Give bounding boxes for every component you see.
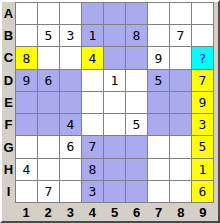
cell-G3[interactable]: 6 [60, 136, 82, 158]
cell-E2[interactable] [38, 92, 60, 114]
cell-H1[interactable]: 4 [16, 159, 38, 181]
cell-A5[interactable] [104, 3, 126, 25]
cell-D1[interactable]: 9 [16, 70, 38, 92]
cell-D8[interactable] [170, 70, 192, 92]
cell-B3[interactable]: 3 [60, 25, 82, 47]
cell-A4[interactable] [82, 3, 104, 25]
cell-D2[interactable]: 6 [38, 70, 60, 92]
cell-E1[interactable] [16, 92, 38, 114]
row-label-F: F [2, 114, 15, 136]
col-label-7: 7 [148, 203, 170, 221]
cell-C3[interactable] [60, 47, 82, 69]
cell-H5[interactable] [104, 159, 126, 181]
row-label-D: D [2, 69, 15, 91]
row-label-C: C [2, 47, 15, 69]
cell-I1[interactable] [16, 181, 38, 203]
cell-G8[interactable] [170, 136, 192, 158]
col-label-6: 6 [126, 203, 148, 221]
col-label-1: 1 [15, 203, 37, 221]
cell-A7[interactable] [148, 3, 170, 25]
sudoku-board[interactable]: 53187849?961579453675481736 [15, 2, 214, 203]
cell-F3[interactable]: 4 [60, 114, 82, 136]
cell-C8[interactable] [170, 47, 192, 69]
cell-I7[interactable] [148, 181, 170, 203]
row-label-E: E [2, 91, 15, 113]
cell-A6[interactable] [126, 3, 148, 25]
cell-G6[interactable] [126, 136, 148, 158]
cell-E5[interactable] [104, 92, 126, 114]
col-label-5: 5 [103, 203, 125, 221]
cell-F2[interactable] [38, 114, 60, 136]
cell-H4[interactable]: 8 [82, 159, 104, 181]
row-labels: ABCDEFGHI [2, 2, 15, 203]
col-label-3: 3 [59, 203, 81, 221]
cell-A3[interactable] [60, 3, 82, 25]
cell-A2[interactable] [38, 3, 60, 25]
sudoku-window: ABCDEFGHI 53187849?961579453675481736 12… [0, 0, 220, 223]
cell-I6[interactable] [126, 181, 148, 203]
cell-C6[interactable] [126, 47, 148, 69]
cell-C4[interactable]: 4 [82, 47, 104, 69]
cell-G7[interactable] [148, 136, 170, 158]
cell-E7[interactable] [148, 92, 170, 114]
cell-B6[interactable]: 8 [126, 25, 148, 47]
row-label-I: I [2, 181, 15, 203]
cell-C2[interactable] [38, 47, 60, 69]
cell-E3[interactable] [60, 92, 82, 114]
cell-I5[interactable] [104, 181, 126, 203]
cell-B4[interactable]: 1 [82, 25, 104, 47]
cell-H6[interactable] [126, 159, 148, 181]
cell-D4[interactable] [82, 70, 104, 92]
row-label-A: A [2, 2, 15, 24]
cell-E4[interactable] [82, 92, 104, 114]
cell-D3[interactable] [60, 70, 82, 92]
row-label-H: H [2, 158, 15, 180]
cell-G5[interactable] [104, 136, 126, 158]
cell-B5[interactable] [104, 25, 126, 47]
cell-F6[interactable]: 5 [126, 114, 148, 136]
cell-H7[interactable] [148, 159, 170, 181]
cell-F9[interactable]: 3 [192, 114, 214, 136]
cell-B7[interactable] [148, 25, 170, 47]
row-label-G: G [2, 136, 15, 158]
cell-C9-selected[interactable]: ? [192, 47, 214, 69]
cell-B1[interactable] [16, 25, 38, 47]
cell-D7[interactable]: 5 [148, 70, 170, 92]
cell-E9[interactable]: 9 [192, 92, 214, 114]
cell-A8[interactable] [170, 3, 192, 25]
cell-F5[interactable] [104, 114, 126, 136]
cell-F7[interactable] [148, 114, 170, 136]
cell-G9[interactable]: 5 [192, 136, 214, 158]
cell-B2[interactable]: 5 [38, 25, 60, 47]
cell-I2[interactable]: 7 [38, 181, 60, 203]
cell-G2[interactable] [38, 136, 60, 158]
cell-F8[interactable] [170, 114, 192, 136]
cell-I4[interactable]: 3 [82, 181, 104, 203]
cell-F4[interactable] [82, 114, 104, 136]
cell-G4[interactable]: 7 [82, 136, 104, 158]
col-label-9: 9 [192, 203, 214, 221]
cell-G1[interactable] [16, 136, 38, 158]
col-label-4: 4 [81, 203, 103, 221]
cell-F1[interactable] [16, 114, 38, 136]
cell-A9[interactable] [192, 3, 214, 25]
cell-B8[interactable]: 7 [170, 25, 192, 47]
cell-E8[interactable] [170, 92, 192, 114]
cell-A1[interactable] [16, 3, 38, 25]
cell-H3[interactable] [60, 159, 82, 181]
cell-H9[interactable]: 1 [192, 159, 214, 181]
col-label-8: 8 [170, 203, 192, 221]
cell-C1[interactable]: 8 [16, 47, 38, 69]
cell-C5[interactable] [104, 47, 126, 69]
cell-I9[interactable]: 6 [192, 181, 214, 203]
cell-H2[interactable] [38, 159, 60, 181]
col-labels: 123456789 [15, 203, 214, 221]
cell-D6[interactable] [126, 70, 148, 92]
cell-D9[interactable]: 7 [192, 70, 214, 92]
cell-H8[interactable] [170, 159, 192, 181]
cell-D5[interactable]: 1 [104, 70, 126, 92]
cell-I3[interactable] [60, 181, 82, 203]
col-label-2: 2 [37, 203, 59, 221]
cell-E6[interactable] [126, 92, 148, 114]
row-label-B: B [2, 24, 15, 46]
cell-C7[interactable]: 9 [148, 47, 170, 69]
cell-B9[interactable] [192, 25, 214, 47]
cell-I8[interactable] [170, 181, 192, 203]
